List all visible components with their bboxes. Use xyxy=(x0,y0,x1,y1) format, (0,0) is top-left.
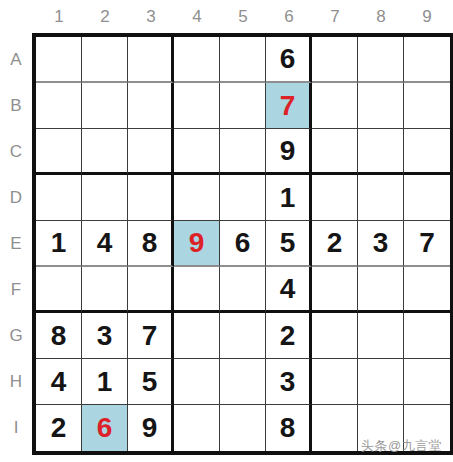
column-label-6: 6 xyxy=(266,0,312,33)
cell-B5[interactable] xyxy=(220,83,266,129)
row-label-E: E xyxy=(0,221,32,267)
cell-E5[interactable]: 6 xyxy=(220,221,266,267)
row-label-B: B xyxy=(0,83,32,129)
cell-A1[interactable] xyxy=(36,37,82,83)
cell-F6[interactable]: 4 xyxy=(266,267,312,313)
cell-B4[interactable] xyxy=(174,83,220,129)
cell-E8[interactable]: 3 xyxy=(358,221,404,267)
cell-I7[interactable] xyxy=(312,405,358,451)
column-label-5: 5 xyxy=(220,0,266,33)
cell-A7[interactable] xyxy=(312,37,358,83)
cell-C8[interactable] xyxy=(358,129,404,175)
column-label-8: 8 xyxy=(358,0,404,33)
cell-H1[interactable]: 4 xyxy=(36,359,82,405)
cell-D7[interactable] xyxy=(312,175,358,221)
cell-H3[interactable]: 5 xyxy=(128,359,174,405)
cell-I1[interactable]: 2 xyxy=(36,405,82,451)
cell-A9[interactable] xyxy=(404,37,450,83)
cell-H2[interactable]: 1 xyxy=(82,359,128,405)
cell-G6[interactable]: 2 xyxy=(266,313,312,359)
cell-C6[interactable]: 9 xyxy=(266,129,312,175)
cell-H5[interactable] xyxy=(220,359,266,405)
cell-D3[interactable] xyxy=(128,175,174,221)
cell-E2[interactable]: 4 xyxy=(82,221,128,267)
cell-F8[interactable] xyxy=(358,267,404,313)
cell-A8[interactable] xyxy=(358,37,404,83)
cell-A4[interactable] xyxy=(174,37,220,83)
cell-D4[interactable] xyxy=(174,175,220,221)
row-label-A: A xyxy=(0,37,32,83)
cell-G7[interactable] xyxy=(312,313,358,359)
cell-H8[interactable] xyxy=(358,359,404,405)
cell-D5[interactable] xyxy=(220,175,266,221)
cell-B1[interactable] xyxy=(36,83,82,129)
row-label-D: D xyxy=(0,175,32,221)
cell-E3[interactable]: 8 xyxy=(128,221,174,267)
cell-C3[interactable] xyxy=(128,129,174,175)
cell-G1[interactable]: 8 xyxy=(36,313,82,359)
column-label-4: 4 xyxy=(174,0,220,33)
cell-F1[interactable] xyxy=(36,267,82,313)
column-label-3: 3 xyxy=(128,0,174,33)
cell-D8[interactable] xyxy=(358,175,404,221)
cell-D2[interactable] xyxy=(82,175,128,221)
cell-B9[interactable] xyxy=(404,83,450,129)
cell-E6[interactable]: 5 xyxy=(266,221,312,267)
column-label-7: 7 xyxy=(312,0,358,33)
cell-C7[interactable] xyxy=(312,129,358,175)
column-label-2: 2 xyxy=(82,0,128,33)
cell-F5[interactable] xyxy=(220,267,266,313)
cell-D6[interactable]: 1 xyxy=(266,175,312,221)
cell-E1[interactable]: 1 xyxy=(36,221,82,267)
cell-I2[interactable]: 6 xyxy=(82,405,128,451)
row-labels: ABCDEFGHI xyxy=(0,37,32,451)
cell-G5[interactable] xyxy=(220,313,266,359)
cell-H7[interactable] xyxy=(312,359,358,405)
column-label-1: 1 xyxy=(36,0,82,33)
cell-C5[interactable] xyxy=(220,129,266,175)
cell-I4[interactable] xyxy=(174,405,220,451)
cell-B2[interactable] xyxy=(82,83,128,129)
cell-E4[interactable]: 9 xyxy=(174,221,220,267)
cell-A3[interactable] xyxy=(128,37,174,83)
cell-F7[interactable] xyxy=(312,267,358,313)
cell-A6[interactable]: 6 xyxy=(266,37,312,83)
cell-G9[interactable] xyxy=(404,313,450,359)
cell-D9[interactable] xyxy=(404,175,450,221)
cell-B7[interactable] xyxy=(312,83,358,129)
column-labels: 123456789 xyxy=(36,0,450,33)
cell-I6[interactable]: 8 xyxy=(266,405,312,451)
cell-F4[interactable] xyxy=(174,267,220,313)
row-label-C: C xyxy=(0,129,32,175)
cell-C4[interactable] xyxy=(174,129,220,175)
cell-G2[interactable]: 3 xyxy=(82,313,128,359)
cell-B3[interactable] xyxy=(128,83,174,129)
cell-F9[interactable] xyxy=(404,267,450,313)
cell-E7[interactable]: 2 xyxy=(312,221,358,267)
cell-H4[interactable] xyxy=(174,359,220,405)
cell-H6[interactable]: 3 xyxy=(266,359,312,405)
cell-C2[interactable] xyxy=(82,129,128,175)
cell-E9[interactable]: 7 xyxy=(404,221,450,267)
cell-H9[interactable] xyxy=(404,359,450,405)
row-label-I: I xyxy=(0,405,32,451)
cell-F3[interactable] xyxy=(128,267,174,313)
cell-I3[interactable]: 9 xyxy=(128,405,174,451)
sudoku-page: 123456789 ABCDEFGHI 67911489652374837241… xyxy=(0,0,453,462)
sudoku-board: 67911489652374837241532698 xyxy=(32,33,453,455)
cell-F2[interactable] xyxy=(82,267,128,313)
cell-D1[interactable] xyxy=(36,175,82,221)
cell-A2[interactable] xyxy=(82,37,128,83)
row-label-F: F xyxy=(0,267,32,313)
row-label-G: G xyxy=(0,313,32,359)
watermark-text: 头条@九言堂 xyxy=(361,437,442,455)
cell-B6[interactable]: 7 xyxy=(266,83,312,129)
column-label-9: 9 xyxy=(404,0,450,33)
cell-C1[interactable] xyxy=(36,129,82,175)
cell-B8[interactable] xyxy=(358,83,404,129)
cell-A5[interactable] xyxy=(220,37,266,83)
row-label-H: H xyxy=(0,359,32,405)
cell-G3[interactable]: 7 xyxy=(128,313,174,359)
cell-C9[interactable] xyxy=(404,129,450,175)
cell-G8[interactable] xyxy=(358,313,404,359)
cell-G4[interactable] xyxy=(174,313,220,359)
cell-I5[interactable] xyxy=(220,405,266,451)
